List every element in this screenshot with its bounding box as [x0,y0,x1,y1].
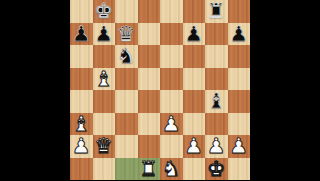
square-e5[interactable] [160,68,183,91]
square-g5[interactable] [205,68,228,91]
square-c5[interactable] [115,68,138,91]
white-pawn-piece[interactable]: ♟ [70,135,93,158]
white-bishop-piece[interactable]: ♝ [93,68,116,91]
square-f8[interactable] [183,0,206,23]
square-b3[interactable] [93,113,116,136]
square-c3[interactable] [115,113,138,136]
square-h7[interactable]: ♟ [228,23,251,46]
white-queen-piece[interactable]: ♛ [93,135,116,158]
square-g1[interactable]: ♚ [205,158,228,181]
square-h6[interactable] [228,45,251,68]
square-f4[interactable] [183,90,206,113]
white-rook-piece[interactable]: ♜ [138,158,161,181]
square-f6[interactable] [183,45,206,68]
square-h1[interactable] [228,158,251,181]
square-e8[interactable] [160,0,183,23]
square-g2[interactable]: ♟ [205,135,228,158]
black-rook-piece[interactable]: ♜ [205,0,228,23]
square-g4[interactable]: ♝ [205,90,228,113]
square-f2[interactable]: ♟ [183,135,206,158]
square-b7[interactable]: ♟ [93,23,116,46]
square-a4[interactable] [70,90,93,113]
black-king-piece[interactable]: ♚ [93,0,116,23]
square-c6[interactable]: ♞ [115,45,138,68]
square-d8[interactable] [138,0,161,23]
white-king-piece[interactable]: ♚ [205,158,228,181]
white-bishop-piece[interactable]: ♝ [70,113,93,136]
square-h3[interactable] [228,113,251,136]
square-g6[interactable] [205,45,228,68]
square-d7[interactable] [138,23,161,46]
black-pawn-piece[interactable]: ♟ [93,23,116,46]
white-pawn-piece[interactable]: ♟ [183,135,206,158]
white-pawn-piece[interactable]: ♟ [205,135,228,158]
square-a7[interactable]: ♟ [70,23,93,46]
square-c2[interactable] [115,135,138,158]
black-knight-piece[interactable]: ♞ [115,45,138,68]
black-pawn-piece[interactable]: ♟ [70,23,93,46]
square-e3[interactable]: ♟ [160,113,183,136]
square-h4[interactable] [228,90,251,113]
square-d6[interactable] [138,45,161,68]
square-h8[interactable] [228,0,251,23]
square-a5[interactable] [70,68,93,91]
chess-board: ♚♜♟♟♛♟♟♞♝♝♝♟♟♛♟♟♟♜♞♚ [70,0,250,180]
square-a6[interactable] [70,45,93,68]
square-f7[interactable]: ♟ [183,23,206,46]
square-b5[interactable]: ♝ [93,68,116,91]
square-e1[interactable]: ♞ [160,158,183,181]
square-d5[interactable] [138,68,161,91]
black-bishop-piece[interactable]: ♝ [205,90,228,113]
square-e6[interactable] [160,45,183,68]
square-e7[interactable] [160,23,183,46]
square-d4[interactable] [138,90,161,113]
white-knight-piece[interactable]: ♞ [160,158,183,181]
black-queen-piece[interactable]: ♛ [115,23,138,46]
square-h2[interactable]: ♟ [228,135,251,158]
black-pawn-piece[interactable]: ♟ [183,23,206,46]
square-g3[interactable] [205,113,228,136]
square-b2[interactable]: ♛ [93,135,116,158]
square-a3[interactable]: ♝ [70,113,93,136]
square-e2[interactable] [160,135,183,158]
square-h5[interactable] [228,68,251,91]
square-b1[interactable] [93,158,116,181]
square-f5[interactable] [183,68,206,91]
square-c8[interactable] [115,0,138,23]
black-pawn-piece[interactable]: ♟ [228,23,251,46]
square-d3[interactable] [138,113,161,136]
square-b4[interactable] [93,90,116,113]
square-f1[interactable] [183,158,206,181]
square-b6[interactable] [93,45,116,68]
white-pawn-piece[interactable]: ♟ [228,135,251,158]
square-g8[interactable]: ♜ [205,0,228,23]
square-c1[interactable] [115,158,138,181]
square-b8[interactable]: ♚ [93,0,116,23]
square-d1[interactable]: ♜ [138,158,161,181]
white-pawn-piece[interactable]: ♟ [160,113,183,136]
square-e4[interactable] [160,90,183,113]
video-frame: ♚♜♟♟♛♟♟♞♝♝♝♟♟♛♟♟♟♜♞♚ [0,0,320,180]
square-g7[interactable] [205,23,228,46]
square-a8[interactable] [70,0,93,23]
square-d2[interactable] [138,135,161,158]
square-c4[interactable] [115,90,138,113]
square-a2[interactable]: ♟ [70,135,93,158]
square-a1[interactable] [70,158,93,181]
square-c7[interactable]: ♛ [115,23,138,46]
square-f3[interactable] [183,113,206,136]
